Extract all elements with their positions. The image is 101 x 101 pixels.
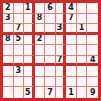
cell-r6c6[interactable]: 7 bbox=[56, 56, 67, 67]
cell-r7c2[interactable]: 3 bbox=[14, 66, 25, 77]
given-digit: 7 bbox=[68, 14, 74, 22]
cell-r2c2[interactable] bbox=[14, 14, 25, 25]
cell-r7c6[interactable] bbox=[56, 66, 67, 77]
sudoku-board: 21643877318527435719 bbox=[0, 0, 101, 101]
cell-r1c8[interactable] bbox=[77, 3, 88, 14]
given-digit: 7 bbox=[47, 89, 53, 97]
cell-r4c5[interactable] bbox=[45, 35, 56, 46]
given-digit: 7 bbox=[16, 24, 22, 32]
cell-r1c9[interactable] bbox=[87, 3, 98, 14]
cell-r1c7[interactable]: 4 bbox=[66, 3, 77, 14]
given-digit: 7 bbox=[57, 56, 63, 64]
cell-r2c4[interactable]: 8 bbox=[35, 14, 46, 25]
cell-r4c6[interactable] bbox=[56, 35, 67, 46]
cell-r5c7[interactable] bbox=[66, 45, 77, 56]
cell-r3c1[interactable] bbox=[3, 24, 14, 35]
cell-r4c7[interactable] bbox=[66, 35, 77, 46]
cell-r8c7[interactable] bbox=[66, 77, 77, 88]
cell-r2c9[interactable] bbox=[87, 14, 98, 25]
cell-r9c5[interactable]: 7 bbox=[45, 87, 56, 98]
cell-r3c3[interactable] bbox=[24, 24, 35, 35]
cell-r3c7[interactable] bbox=[66, 24, 77, 35]
cell-r1c1[interactable]: 2 bbox=[3, 3, 14, 14]
cell-r6c2[interactable] bbox=[14, 56, 25, 67]
cell-r8c5[interactable] bbox=[45, 77, 56, 88]
cell-r7c8[interactable] bbox=[77, 66, 88, 77]
given-digit: 2 bbox=[5, 4, 11, 12]
cell-r7c9[interactable] bbox=[87, 66, 98, 77]
cell-r7c4[interactable] bbox=[35, 66, 46, 77]
cell-r1c4[interactable] bbox=[35, 3, 46, 14]
cell-r4c8[interactable] bbox=[77, 35, 88, 46]
cell-r5c5[interactable] bbox=[45, 45, 56, 56]
given-digit: 2 bbox=[37, 35, 43, 43]
cell-r2c5[interactable] bbox=[45, 14, 56, 25]
cell-r6c3[interactable] bbox=[24, 56, 35, 67]
cell-r9c6[interactable] bbox=[56, 87, 67, 98]
given-digit: 8 bbox=[37, 14, 43, 22]
cell-r9c4[interactable] bbox=[35, 87, 46, 98]
given-digit: 5 bbox=[25, 89, 31, 97]
given-digit: 9 bbox=[90, 89, 96, 97]
cell-r6c5[interactable] bbox=[45, 56, 56, 67]
cell-r1c5[interactable]: 6 bbox=[45, 3, 56, 14]
cell-r9c9[interactable]: 9 bbox=[87, 87, 98, 98]
cell-r3c5[interactable] bbox=[45, 24, 56, 35]
given-digit: 3 bbox=[5, 14, 11, 22]
cell-r5c3[interactable] bbox=[24, 45, 35, 56]
cell-r7c7[interactable] bbox=[66, 66, 77, 77]
cell-r4c2[interactable]: 5 bbox=[14, 35, 25, 46]
cell-r5c4[interactable] bbox=[35, 45, 46, 56]
cell-r9c2[interactable] bbox=[14, 87, 25, 98]
cell-r5c1[interactable] bbox=[3, 45, 14, 56]
cell-r6c8[interactable] bbox=[77, 56, 88, 67]
cell-r3c2[interactable]: 7 bbox=[14, 24, 25, 35]
cell-r2c1[interactable]: 3 bbox=[3, 14, 14, 25]
cell-r9c8[interactable] bbox=[77, 87, 88, 98]
cell-r8c9[interactable] bbox=[87, 77, 98, 88]
given-digit: 8 bbox=[5, 35, 11, 43]
cell-r5c2[interactable] bbox=[14, 45, 25, 56]
given-digit: 5 bbox=[16, 35, 22, 43]
cell-r3c9[interactable] bbox=[87, 24, 98, 35]
cell-r6c7[interactable] bbox=[66, 56, 77, 67]
cell-r2c7[interactable]: 7 bbox=[66, 14, 77, 25]
cell-r5c8[interactable] bbox=[77, 45, 88, 56]
cell-r6c1[interactable] bbox=[3, 56, 14, 67]
cell-r8c6[interactable] bbox=[56, 77, 67, 88]
cell-r8c3[interactable] bbox=[24, 77, 35, 88]
cell-r2c8[interactable] bbox=[77, 14, 88, 25]
cell-r8c1[interactable] bbox=[3, 77, 14, 88]
given-digit: 1 bbox=[79, 24, 85, 32]
cell-r3c4[interactable] bbox=[35, 24, 46, 35]
cell-r1c3[interactable]: 1 bbox=[24, 3, 35, 14]
cell-r3c6[interactable]: 3 bbox=[56, 24, 67, 35]
cell-r5c6[interactable] bbox=[56, 45, 67, 56]
given-digit: 1 bbox=[25, 4, 31, 12]
given-digit: 4 bbox=[68, 4, 74, 12]
cell-r7c1[interactable] bbox=[3, 66, 14, 77]
cell-r7c5[interactable] bbox=[45, 66, 56, 77]
cell-r4c4[interactable]: 2 bbox=[35, 35, 46, 46]
cell-r6c4[interactable] bbox=[35, 56, 46, 67]
cell-r7c3[interactable] bbox=[24, 66, 35, 77]
cell-r9c7[interactable]: 1 bbox=[66, 87, 77, 98]
given-digit: 3 bbox=[57, 24, 63, 32]
cell-r1c6[interactable] bbox=[56, 3, 67, 14]
given-digit: 6 bbox=[47, 4, 53, 12]
cell-r9c3[interactable]: 5 bbox=[24, 87, 35, 98]
cell-r3c8[interactable]: 1 bbox=[77, 24, 88, 35]
cell-r6c9[interactable]: 4 bbox=[87, 56, 98, 67]
given-digit: 1 bbox=[68, 89, 74, 97]
cell-r2c3[interactable] bbox=[24, 14, 35, 25]
cell-r8c2[interactable] bbox=[14, 77, 25, 88]
cell-r1c2[interactable] bbox=[14, 3, 25, 14]
cell-r4c1[interactable]: 8 bbox=[3, 35, 14, 46]
cell-r8c8[interactable] bbox=[77, 77, 88, 88]
given-digit: 3 bbox=[16, 67, 22, 75]
cell-r4c9[interactable] bbox=[87, 35, 98, 46]
cell-r9c1[interactable] bbox=[3, 87, 14, 98]
cell-r5c9[interactable] bbox=[87, 45, 98, 56]
cell-r8c4[interactable] bbox=[35, 77, 46, 88]
cell-r2c6[interactable] bbox=[56, 14, 67, 25]
cell-r4c3[interactable] bbox=[24, 35, 35, 46]
given-digit: 4 bbox=[90, 56, 96, 64]
